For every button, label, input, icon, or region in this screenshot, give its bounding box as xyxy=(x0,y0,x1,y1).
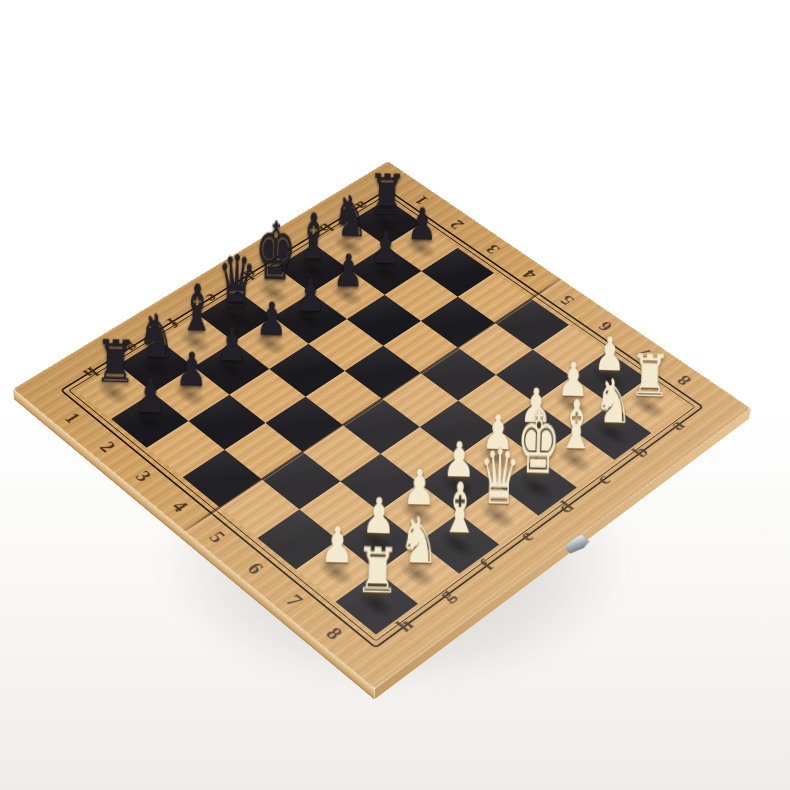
piece-black-pawn-h2[interactable]: ♟ xyxy=(123,372,178,421)
file-label-near-d: d xyxy=(549,495,607,538)
file-label-near-f: f xyxy=(470,552,529,597)
file-label-near-a: a xyxy=(661,414,718,455)
file-label-near-g: g xyxy=(429,582,489,628)
file-label-near-b: b xyxy=(625,440,683,481)
piece-white-rook-h8[interactable]: ♜ xyxy=(345,539,411,603)
photo-background: 12345678 12345678 abcdefgh abcdefgh ♜♟♟♜… xyxy=(0,0,790,790)
squares-grid: ♜♟♟♜♞♟♟♞♝♟♟♝♚♟♟♚♛♟♟♛♝♟♟♝♞♟♟♞♜♟♟♜ xyxy=(77,199,688,635)
file-label-near-c: c xyxy=(587,468,645,510)
chess-board: 12345678 12345678 abcdefgh abcdefgh ♜♟♟♜… xyxy=(13,161,751,689)
file-label-near-e: e xyxy=(510,524,569,568)
